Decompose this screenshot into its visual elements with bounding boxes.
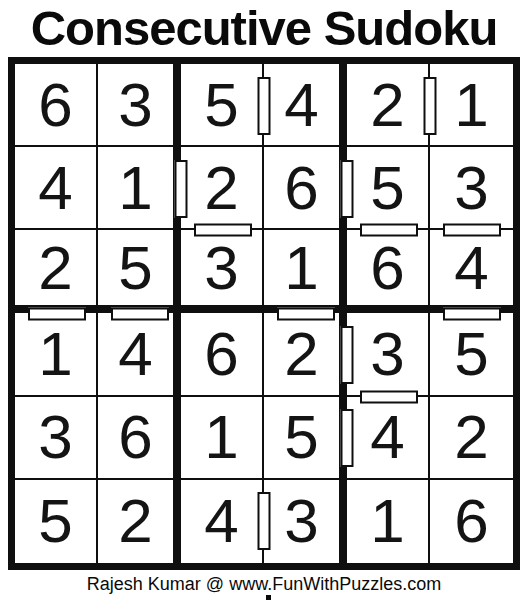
- consecutive-marker-v-r5-c4: [341, 409, 354, 467]
- sudoku-cell-r6c1[interactable]: 5: [15, 480, 98, 563]
- sudoku-cell-r2c6[interactable]: 3: [430, 147, 513, 230]
- puzzle-title: Consecutive Sudoku: [0, 0, 528, 56]
- consecutive-marker-h-r4-c5: [360, 390, 418, 403]
- sudoku-cell-r3c6[interactable]: 4: [430, 230, 513, 313]
- consecutive-marker-v-r2-c2: [175, 160, 188, 218]
- sudoku-cell-r1c3[interactable]: 5: [181, 64, 264, 147]
- sudoku-cell-r2c2[interactable]: 1: [98, 147, 181, 230]
- sudoku-cell-r4c3[interactable]: 6: [181, 313, 264, 396]
- consecutive-marker-v-r2-c4: [341, 160, 354, 218]
- sudoku-cell-r4c6[interactable]: 5: [430, 313, 513, 396]
- footer-dot: [266, 595, 271, 600]
- sudoku-cell-r2c1[interactable]: 4: [15, 147, 98, 230]
- sudoku-cell-r1c4[interactable]: 4: [264, 64, 347, 147]
- sudoku-cell-r2c3[interactable]: 2: [181, 147, 264, 230]
- sudoku-cell-r1c2[interactable]: 3: [98, 64, 181, 147]
- consecutive-marker-h-r3-c1: [28, 307, 86, 320]
- consecutive-marker-v-r4-c4: [341, 326, 354, 384]
- sudoku-cell-r3c1[interactable]: 2: [15, 230, 98, 313]
- sudoku-cell-r1c1[interactable]: 6: [15, 64, 98, 147]
- consecutive-marker-h-r2-c5: [360, 224, 418, 237]
- sudoku-cell-r5c1[interactable]: 3: [15, 397, 98, 480]
- consecutive-marker-h-r3-c6: [443, 307, 501, 320]
- sudoku-cell-r6c4[interactable]: 3: [264, 480, 347, 563]
- credit-line: Rajesh Kumar @ www.FunWithPuzzles.com: [0, 574, 528, 595]
- consecutive-marker-h-r2-c3: [194, 224, 252, 237]
- sudoku-cell-r6c3[interactable]: 4: [181, 480, 264, 563]
- sudoku-grid: 635421412653253164146235361542524316: [15, 64, 513, 563]
- sudoku-cell-r3c2[interactable]: 5: [98, 230, 181, 313]
- sudoku-cell-r5c5[interactable]: 4: [347, 397, 430, 480]
- consecutive-marker-v-r1-c3: [258, 77, 271, 135]
- consecutive-marker-h-r2-c6: [443, 224, 501, 237]
- consecutive-marker-v-r1-c5: [424, 77, 437, 135]
- sudoku-cell-r2c4[interactable]: 6: [264, 147, 347, 230]
- sudoku-cell-r6c2[interactable]: 2: [98, 480, 181, 563]
- sudoku-cell-r2c5[interactable]: 5: [347, 147, 430, 230]
- sudoku-cell-r6c5[interactable]: 1: [347, 480, 430, 563]
- sudoku-cell-r6c6[interactable]: 6: [430, 480, 513, 563]
- sudoku-cell-r4c5[interactable]: 3: [347, 313, 430, 396]
- consecutive-marker-h-r3-c2: [111, 307, 169, 320]
- sudoku-cell-r5c3[interactable]: 1: [181, 397, 264, 480]
- sudoku-cell-r4c1[interactable]: 1: [15, 313, 98, 396]
- sudoku-board: 635421412653253164146235361542524316: [8, 57, 520, 570]
- sudoku-cell-r4c2[interactable]: 4: [98, 313, 181, 396]
- consecutive-marker-v-r6-c3: [258, 492, 271, 550]
- sudoku-cell-r5c6[interactable]: 2: [430, 397, 513, 480]
- sudoku-cell-r1c6[interactable]: 1: [430, 64, 513, 147]
- sudoku-cell-r4c4[interactable]: 2: [264, 313, 347, 396]
- sudoku-cell-r3c3[interactable]: 3: [181, 230, 264, 313]
- sudoku-cell-r5c2[interactable]: 6: [98, 397, 181, 480]
- consecutive-marker-h-r3-c4: [277, 307, 335, 320]
- sudoku-cell-r5c4[interactable]: 5: [264, 397, 347, 480]
- sudoku-cell-r3c5[interactable]: 6: [347, 230, 430, 313]
- sudoku-cell-r1c5[interactable]: 2: [347, 64, 430, 147]
- sudoku-cell-r3c4[interactable]: 1: [264, 230, 347, 313]
